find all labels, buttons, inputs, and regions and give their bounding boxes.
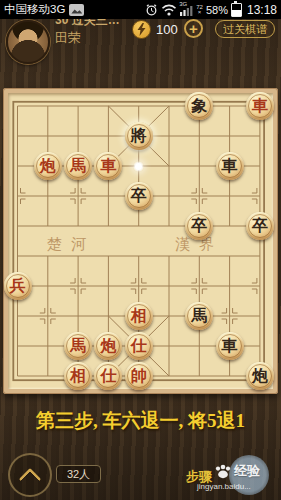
bottom-bar: 32人 步骤 经验 jingyan.baidu...	[0, 449, 281, 500]
app-screen: 中国移动3G 3G	[0, 0, 281, 500]
red-piece-兵[interactable]: 兵	[4, 272, 32, 300]
alarm-icon	[145, 3, 158, 17]
black-piece-炮[interactable]: 炮	[246, 362, 274, 390]
red-piece-帥[interactable]: 帥	[125, 362, 153, 390]
last-move-origin-marker	[133, 161, 144, 172]
signal-3g-label: 3G	[179, 1, 187, 7]
chevron-up-icon	[19, 467, 42, 490]
status-left: 中国移动3G	[4, 2, 84, 17]
battery-icon	[231, 3, 242, 17]
online-count-badge[interactable]: 32人	[56, 465, 101, 483]
player-avatar[interactable]	[6, 20, 50, 64]
xiangqi-board[interactable]: 楚河 漢界 象車將炮馬車車卒卒卒兵相馬馬炮仕車相仕帥炮	[3, 88, 278, 394]
game-header: 30 过关三… 田荣 100 + 过关棋谱	[0, 19, 281, 65]
watermark-url: jingyan.baidu...	[197, 482, 251, 491]
red-piece-炮[interactable]: 炮	[34, 152, 62, 180]
red-piece-車[interactable]: 車	[246, 92, 274, 120]
status-bar: 中国移动3G 3G	[0, 0, 281, 19]
move-annotation: 第三步, 车六退一, 将5退1	[0, 408, 281, 434]
record-button[interactable]: 过关棋谱	[215, 20, 275, 38]
watermark-brand: 经验	[214, 462, 260, 480]
black-piece-卒[interactable]: 卒	[125, 182, 153, 210]
carrier-label: 中国移动3G	[4, 2, 65, 17]
black-piece-車[interactable]: 車	[216, 332, 244, 360]
net-speed-indicator: 72 ×	[196, 5, 203, 15]
black-piece-車[interactable]: 車	[216, 152, 244, 180]
collapse-button[interactable]	[8, 453, 52, 497]
add-energy-button[interactable]: +	[184, 19, 203, 38]
net-speed-bottom: ×	[198, 10, 202, 15]
red-piece-相[interactable]: 相	[125, 302, 153, 330]
signal-3g-icon: 3G	[180, 3, 193, 16]
player-name: 田荣	[55, 29, 81, 47]
battery-percent: 58%	[206, 4, 228, 16]
status-right: 3G 72 × 58% 13:18	[145, 2, 277, 17]
clock-time: 13:18	[247, 3, 277, 17]
energy-counter: 100	[132, 20, 178, 39]
black-piece-將[interactable]: 將	[125, 122, 153, 150]
red-piece-馬[interactable]: 馬	[64, 152, 92, 180]
screenshot-image-icon	[69, 4, 84, 16]
paw-icon	[214, 464, 232, 479]
red-piece-相[interactable]: 相	[64, 362, 92, 390]
energy-count: 100	[156, 22, 178, 37]
black-piece-卒[interactable]: 卒	[246, 212, 274, 240]
red-piece-馬[interactable]: 馬	[64, 332, 92, 360]
red-piece-仕[interactable]: 仕	[125, 332, 153, 360]
river-label-left: 楚河	[47, 235, 95, 254]
watermark-text: 经验	[234, 462, 260, 480]
lightning-icon	[132, 20, 151, 39]
wifi-icon	[161, 3, 177, 16]
